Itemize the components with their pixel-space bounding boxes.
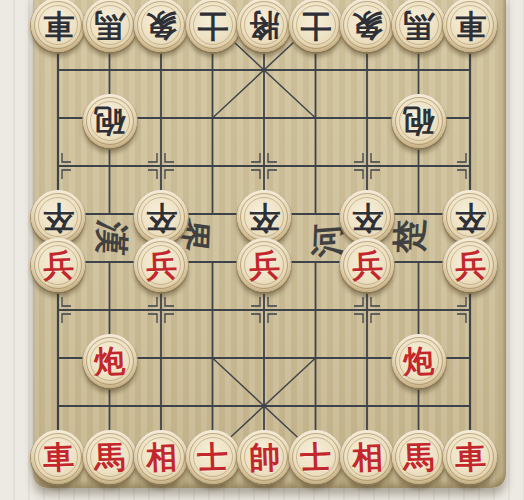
piece-character: 相 — [145, 441, 177, 473]
piece-character: 馬 — [94, 10, 125, 41]
piece-character: 車 — [455, 10, 486, 41]
piece-character: 象 — [352, 10, 383, 41]
piece-red-chariot[interactable]: 車 — [31, 430, 85, 484]
piece-character: 士 — [196, 441, 228, 473]
piece-character: 車 — [43, 10, 74, 41]
piece-black-soldier[interactable]: 卒 — [443, 190, 497, 244]
piece-character: 卒 — [352, 202, 383, 233]
piece-black-horse[interactable]: 馬 — [83, 0, 137, 52]
piece-black-chariot[interactable]: 車 — [443, 0, 497, 52]
piece-black-horse[interactable]: 馬 — [392, 0, 446, 52]
xiangqi-board: 漢 界 河 楚 車馬象士將士象馬車砲砲卒卒卒卒卒兵兵兵兵兵炮炮車馬相士帥士相馬車 — [33, 0, 506, 488]
river-char-chu: 楚 — [389, 215, 431, 258]
piece-black-soldier[interactable]: 卒 — [31, 190, 85, 244]
piece-character: 兵 — [248, 249, 280, 281]
piece-black-soldier[interactable]: 卒 — [237, 190, 291, 244]
piece-red-advisor[interactable]: 士 — [186, 430, 240, 484]
piece-black-cannon[interactable]: 砲 — [83, 94, 137, 148]
piece-red-soldier[interactable]: 兵 — [134, 238, 188, 292]
piece-black-soldier[interactable]: 卒 — [134, 190, 188, 244]
piece-red-soldier[interactable]: 兵 — [31, 238, 85, 292]
piece-character: 車 — [42, 441, 74, 473]
piece-character: 士 — [299, 441, 331, 473]
piece-red-horse[interactable]: 馬 — [392, 430, 446, 484]
piece-red-advisor[interactable]: 士 — [289, 430, 343, 484]
piece-character: 馬 — [403, 10, 434, 41]
piece-red-cannon[interactable]: 炮 — [83, 334, 137, 388]
piece-character: 炮 — [93, 345, 125, 377]
piece-red-cannon[interactable]: 炮 — [392, 334, 446, 388]
piece-black-general[interactable]: 將 — [237, 0, 291, 52]
piece-character: 車 — [454, 441, 486, 473]
piece-black-soldier[interactable]: 卒 — [340, 190, 394, 244]
piece-character: 兵 — [351, 249, 383, 281]
piece-red-horse[interactable]: 馬 — [83, 430, 137, 484]
piece-character: 相 — [351, 441, 383, 473]
piece-red-soldier[interactable]: 兵 — [237, 238, 291, 292]
piece-red-elephant[interactable]: 相 — [340, 430, 394, 484]
piece-black-chariot[interactable]: 車 — [31, 0, 85, 52]
piece-black-elephant[interactable]: 象 — [134, 0, 188, 52]
river-char-han: 漢 — [90, 215, 131, 261]
piece-character: 馬 — [93, 441, 125, 473]
piece-black-advisor[interactable]: 士 — [186, 0, 240, 52]
piece-character: 炮 — [402, 345, 434, 377]
piece-black-cannon[interactable]: 砲 — [392, 94, 446, 148]
piece-red-soldier[interactable]: 兵 — [443, 238, 497, 292]
piece-character: 士 — [197, 10, 228, 41]
piece-character: 士 — [300, 10, 331, 41]
piece-character: 兵 — [454, 249, 486, 281]
piece-red-chariot[interactable]: 車 — [443, 430, 497, 484]
piece-character: 卒 — [249, 202, 280, 233]
piece-character: 帥 — [248, 441, 280, 473]
piece-red-soldier[interactable]: 兵 — [340, 238, 394, 292]
piece-character: 卒 — [146, 202, 177, 233]
piece-red-elephant[interactable]: 相 — [134, 430, 188, 484]
piece-character: 兵 — [42, 249, 74, 281]
piece-character: 將 — [249, 10, 280, 41]
piece-character: 馬 — [402, 441, 434, 473]
piece-character: 砲 — [403, 106, 434, 137]
piece-character: 兵 — [145, 249, 177, 281]
photo-scene: 漢 界 河 楚 車馬象士將士象馬車砲砲卒卒卒卒卒兵兵兵兵兵炮炮車馬相士帥士相馬車 — [0, 0, 524, 500]
piece-character: 卒 — [43, 202, 74, 233]
piece-red-general[interactable]: 帥 — [237, 430, 291, 484]
piece-character: 砲 — [94, 106, 125, 137]
piece-black-elephant[interactable]: 象 — [340, 0, 394, 52]
piece-black-advisor[interactable]: 士 — [289, 0, 343, 52]
piece-character: 象 — [146, 10, 177, 41]
piece-character: 卒 — [455, 202, 486, 233]
